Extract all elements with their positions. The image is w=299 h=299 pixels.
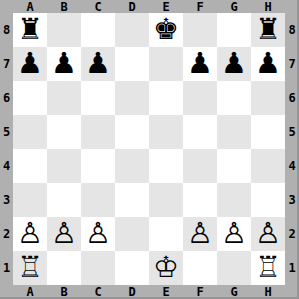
piece-black-rook[interactable]: ♜ [17, 12, 43, 46]
square-g5[interactable] [217, 115, 251, 149]
square-a8[interactable]: ♜ [13, 13, 47, 47]
square-h1[interactable]: ♖ [251, 251, 285, 285]
file-label-f: F [183, 0, 217, 13]
square-a2[interactable]: ♙ [13, 217, 47, 251]
square-e1[interactable]: ♔ [149, 251, 183, 285]
square-c3[interactable] [81, 183, 115, 217]
square-b1[interactable] [47, 251, 81, 285]
square-f3[interactable] [183, 183, 217, 217]
piece-black-pawn[interactable]: ♟ [85, 46, 111, 80]
square-e5[interactable] [149, 115, 183, 149]
chess-diagram: ABCDEFGH ABCDEFGH 87654321 87654321 ♜♚♜♟… [0, 0, 299, 299]
rank-label-4: 4 [0, 149, 13, 183]
square-e3[interactable] [149, 183, 183, 217]
square-d2[interactable] [115, 217, 149, 251]
file-label-g: G [217, 0, 251, 13]
rank-label-3: 3 [285, 183, 299, 217]
file-label-d: D [115, 285, 149, 299]
square-e2[interactable] [149, 217, 183, 251]
piece-white-pawn[interactable]: ♙ [51, 216, 77, 250]
rank-label-3: 3 [0, 183, 13, 217]
square-g2[interactable]: ♙ [217, 217, 251, 251]
square-c2[interactable]: ♙ [81, 217, 115, 251]
file-label-a: A [13, 285, 47, 299]
square-d7[interactable] [115, 47, 149, 81]
square-b6[interactable] [47, 81, 81, 115]
rank-label-7: 7 [285, 47, 299, 81]
square-e4[interactable] [149, 149, 183, 183]
square-g1[interactable] [217, 251, 251, 285]
square-a6[interactable] [13, 81, 47, 115]
square-a7[interactable]: ♟ [13, 47, 47, 81]
square-b5[interactable] [47, 115, 81, 149]
piece-white-king[interactable]: ♔ [153, 250, 179, 284]
piece-black-pawn[interactable]: ♟ [187, 46, 213, 80]
square-e6[interactable] [149, 81, 183, 115]
square-g4[interactable] [217, 149, 251, 183]
rank-labels-right: 87654321 [285, 13, 299, 285]
square-b7[interactable]: ♟ [47, 47, 81, 81]
file-labels-top: ABCDEFGH [13, 0, 285, 13]
square-a5[interactable] [13, 115, 47, 149]
piece-black-pawn[interactable]: ♟ [255, 46, 281, 80]
rank-label-5: 5 [285, 115, 299, 149]
file-label-b: B [47, 285, 81, 299]
square-c4[interactable] [81, 149, 115, 183]
square-c8[interactable] [81, 13, 115, 47]
square-h6[interactable] [251, 81, 285, 115]
square-g3[interactable] [217, 183, 251, 217]
square-f4[interactable] [183, 149, 217, 183]
square-c6[interactable] [81, 81, 115, 115]
square-g6[interactable] [217, 81, 251, 115]
piece-white-pawn[interactable]: ♙ [187, 216, 213, 250]
square-e7[interactable] [149, 47, 183, 81]
square-d8[interactable] [115, 13, 149, 47]
piece-white-pawn[interactable]: ♙ [17, 216, 43, 250]
square-b4[interactable] [47, 149, 81, 183]
square-h8[interactable]: ♜ [251, 13, 285, 47]
file-label-e: E [149, 285, 183, 299]
square-f5[interactable] [183, 115, 217, 149]
rank-labels-left: 87654321 [0, 13, 13, 285]
square-d4[interactable] [115, 149, 149, 183]
rank-label-8: 8 [285, 13, 299, 47]
piece-white-pawn[interactable]: ♙ [221, 216, 247, 250]
piece-black-pawn[interactable]: ♟ [51, 46, 77, 80]
file-label-f: F [183, 285, 217, 299]
square-g7[interactable]: ♟ [217, 47, 251, 81]
square-c1[interactable] [81, 251, 115, 285]
piece-white-rook[interactable]: ♖ [17, 250, 43, 284]
piece-black-rook[interactable]: ♜ [255, 12, 281, 46]
square-h7[interactable]: ♟ [251, 47, 285, 81]
chess-board: ♜♚♜♟♟♟♟♟♟♙♙♙♙♙♙♖♔♖ [13, 13, 285, 285]
rank-label-6: 6 [285, 81, 299, 115]
piece-black-pawn[interactable]: ♟ [221, 46, 247, 80]
square-a4[interactable] [13, 149, 47, 183]
piece-white-rook[interactable]: ♖ [255, 250, 281, 284]
file-label-d: D [115, 0, 149, 13]
square-g8[interactable] [217, 13, 251, 47]
square-e8[interactable]: ♚ [149, 13, 183, 47]
square-h5[interactable] [251, 115, 285, 149]
square-a3[interactable] [13, 183, 47, 217]
square-f8[interactable] [183, 13, 217, 47]
square-h3[interactable] [251, 183, 285, 217]
rank-label-5: 5 [0, 115, 13, 149]
rank-label-8: 8 [0, 13, 13, 47]
square-d3[interactable] [115, 183, 149, 217]
square-c5[interactable] [81, 115, 115, 149]
rank-label-6: 6 [0, 81, 13, 115]
file-label-b: B [47, 0, 81, 13]
square-d5[interactable] [115, 115, 149, 149]
square-a1[interactable]: ♖ [13, 251, 47, 285]
rank-label-1: 1 [0, 251, 13, 285]
square-h2[interactable]: ♙ [251, 217, 285, 251]
piece-black-pawn[interactable]: ♟ [17, 46, 43, 80]
square-d1[interactable] [115, 251, 149, 285]
piece-black-king[interactable]: ♚ [153, 12, 179, 46]
square-h4[interactable] [251, 149, 285, 183]
rank-label-7: 7 [0, 47, 13, 81]
file-labels-bottom: ABCDEFGH [13, 285, 285, 299]
square-c7[interactable]: ♟ [81, 47, 115, 81]
square-f2[interactable]: ♙ [183, 217, 217, 251]
square-d6[interactable] [115, 81, 149, 115]
file-label-c: C [81, 285, 115, 299]
rank-label-1: 1 [285, 251, 299, 285]
file-label-h: H [251, 285, 285, 299]
piece-white-pawn[interactable]: ♙ [85, 216, 111, 250]
file-label-g: G [217, 285, 251, 299]
square-f1[interactable] [183, 251, 217, 285]
square-f7[interactable]: ♟ [183, 47, 217, 81]
piece-white-pawn[interactable]: ♙ [255, 216, 281, 250]
square-b2[interactable]: ♙ [47, 217, 81, 251]
rank-label-4: 4 [285, 149, 299, 183]
square-b3[interactable] [47, 183, 81, 217]
square-b8[interactable] [47, 13, 81, 47]
file-label-c: C [81, 0, 115, 13]
rank-label-2: 2 [285, 217, 299, 251]
square-f6[interactable] [183, 81, 217, 115]
rank-label-2: 2 [0, 217, 13, 251]
